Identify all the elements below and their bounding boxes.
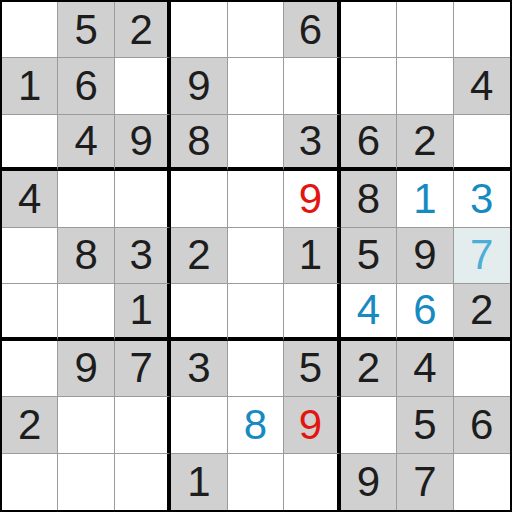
cell-r6c2[interactable] (58, 284, 114, 340)
cell-r8c6[interactable]: 9 (284, 397, 340, 453)
cell-r3c2[interactable]: 4 (58, 115, 114, 171)
cell-r1c2[interactable]: 5 (58, 2, 114, 58)
cell-r8c1[interactable]: 2 (2, 397, 58, 453)
cell-r5c8[interactable]: 9 (397, 228, 453, 284)
cell-r2c5[interactable] (228, 58, 284, 114)
cell-r7c1[interactable] (2, 341, 58, 397)
cell-r8c8[interactable]: 5 (397, 397, 453, 453)
cell-r6c4[interactable] (171, 284, 227, 340)
cell-r9c7[interactable]: 9 (341, 454, 397, 510)
cell-r1c7[interactable] (341, 2, 397, 58)
cell-r9c3[interactable] (115, 454, 171, 510)
cell-r6c8[interactable]: 6 (397, 284, 453, 340)
cell-r6c5[interactable] (228, 284, 284, 340)
cell-r1c3[interactable]: 2 (115, 2, 171, 58)
cell-r6c1[interactable] (2, 284, 58, 340)
cell-r1c9[interactable] (454, 2, 510, 58)
cell-r3c3[interactable]: 9 (115, 115, 171, 171)
cell-r5c3[interactable]: 3 (115, 228, 171, 284)
cell-r5c6[interactable]: 1 (284, 228, 340, 284)
cell-r7c3[interactable]: 7 (115, 341, 171, 397)
cell-r3c4[interactable]: 8 (171, 115, 227, 171)
cell-r9c1[interactable] (2, 454, 58, 510)
cell-r5c2[interactable]: 8 (58, 228, 114, 284)
cell-r1c5[interactable] (228, 2, 284, 58)
cell-r4c7[interactable]: 8 (341, 171, 397, 227)
cell-r5c4[interactable]: 2 (171, 228, 227, 284)
cell-r1c1[interactable] (2, 2, 58, 58)
cell-r2c4[interactable]: 9 (171, 58, 227, 114)
cell-r8c4[interactable] (171, 397, 227, 453)
cell-r4c2[interactable] (58, 171, 114, 227)
cell-r9c6[interactable] (284, 454, 340, 510)
cell-r9c8[interactable]: 7 (397, 454, 453, 510)
cell-r7c9[interactable] (454, 341, 510, 397)
cell-r5c1[interactable] (2, 228, 58, 284)
cell-r2c7[interactable] (341, 58, 397, 114)
cell-r9c9[interactable] (454, 454, 510, 510)
sudoku-board: 5261694498362498138321597146297352428956… (0, 0, 512, 512)
cell-r2c6[interactable] (284, 58, 340, 114)
cell-r3c5[interactable] (228, 115, 284, 171)
cell-r7c8[interactable]: 4 (397, 341, 453, 397)
cell-r9c5[interactable] (228, 454, 284, 510)
cell-r1c6[interactable]: 6 (284, 2, 340, 58)
cell-r4c9[interactable]: 3 (454, 171, 510, 227)
cell-r6c6[interactable] (284, 284, 340, 340)
cell-r6c3[interactable]: 1 (115, 284, 171, 340)
cell-r8c3[interactable] (115, 397, 171, 453)
cell-r7c5[interactable] (228, 341, 284, 397)
cell-r5c9[interactable]: 7 (454, 228, 510, 284)
cell-r3c7[interactable]: 6 (341, 115, 397, 171)
cell-r2c1[interactable]: 1 (2, 58, 58, 114)
cell-r8c9[interactable]: 6 (454, 397, 510, 453)
cell-r3c6[interactable]: 3 (284, 115, 340, 171)
cell-r6c7[interactable]: 4 (341, 284, 397, 340)
cell-r4c1[interactable]: 4 (2, 171, 58, 227)
cell-r2c3[interactable] (115, 58, 171, 114)
cell-r4c3[interactable] (115, 171, 171, 227)
cell-r2c2[interactable]: 6 (58, 58, 114, 114)
cell-r8c2[interactable] (58, 397, 114, 453)
cell-r5c5[interactable] (228, 228, 284, 284)
cell-r3c8[interactable]: 2 (397, 115, 453, 171)
cell-r2c8[interactable] (397, 58, 453, 114)
cell-r7c6[interactable]: 5 (284, 341, 340, 397)
cell-r7c2[interactable]: 9 (58, 341, 114, 397)
cell-r7c7[interactable]: 2 (341, 341, 397, 397)
cell-r4c6[interactable]: 9 (284, 171, 340, 227)
cell-r8c5[interactable]: 8 (228, 397, 284, 453)
cell-r4c5[interactable] (228, 171, 284, 227)
cell-r2c9[interactable]: 4 (454, 58, 510, 114)
cell-r7c4[interactable]: 3 (171, 341, 227, 397)
cell-r4c8[interactable]: 1 (397, 171, 453, 227)
cell-r5c7[interactable]: 5 (341, 228, 397, 284)
cell-r8c7[interactable] (341, 397, 397, 453)
cell-r6c9[interactable]: 2 (454, 284, 510, 340)
cell-r1c4[interactable] (171, 2, 227, 58)
cell-r1c8[interactable] (397, 2, 453, 58)
cell-r9c4[interactable]: 1 (171, 454, 227, 510)
cell-r3c1[interactable] (2, 115, 58, 171)
cell-r4c4[interactable] (171, 171, 227, 227)
cell-r9c2[interactable] (58, 454, 114, 510)
cell-r3c9[interactable] (454, 115, 510, 171)
